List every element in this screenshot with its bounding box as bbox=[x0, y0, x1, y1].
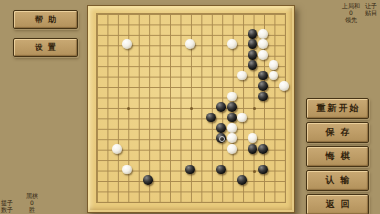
board-point[interactable] bbox=[206, 102, 216, 112]
board-point[interactable] bbox=[164, 123, 174, 133]
board-point[interactable] bbox=[268, 8, 278, 18]
board-point[interactable] bbox=[153, 70, 163, 80]
board-point[interactable] bbox=[133, 50, 143, 60]
board-point[interactable] bbox=[91, 70, 101, 80]
board-point[interactable] bbox=[226, 60, 236, 70]
board-point[interactable] bbox=[91, 133, 101, 143]
board-point[interactable] bbox=[133, 123, 143, 133]
board-point[interactable] bbox=[195, 50, 205, 60]
board-point[interactable] bbox=[268, 39, 278, 49]
board-point[interactable] bbox=[247, 123, 257, 133]
save-button[interactable]: 保存 bbox=[306, 122, 369, 143]
board-point[interactable] bbox=[195, 123, 205, 133]
board-point[interactable] bbox=[206, 164, 216, 174]
board-point[interactable] bbox=[247, 175, 257, 185]
board-point[interactable] bbox=[237, 39, 247, 49]
board-point[interactable] bbox=[216, 112, 226, 122]
board-point[interactable] bbox=[133, 175, 143, 185]
settings-button[interactable]: 设置 bbox=[13, 38, 78, 57]
board-point[interactable] bbox=[279, 133, 289, 143]
board-point[interactable] bbox=[195, 133, 205, 143]
board-point[interactable] bbox=[279, 70, 289, 80]
board-point[interactable] bbox=[122, 123, 132, 133]
board-point[interactable] bbox=[143, 70, 153, 80]
board-point[interactable] bbox=[268, 70, 278, 80]
board-point[interactable] bbox=[268, 91, 278, 101]
board-point[interactable] bbox=[91, 102, 101, 112]
board-point[interactable] bbox=[185, 29, 195, 39]
board-point[interactable] bbox=[112, 175, 122, 185]
board-point[interactable] bbox=[216, 143, 226, 153]
board-point[interactable] bbox=[226, 81, 236, 91]
board-point[interactable] bbox=[268, 164, 278, 174]
board-point[interactable] bbox=[101, 175, 111, 185]
board-point[interactable] bbox=[153, 133, 163, 143]
board-point[interactable] bbox=[164, 196, 174, 206]
board-point[interactable] bbox=[206, 39, 216, 49]
board-point[interactable] bbox=[133, 133, 143, 143]
board-point[interactable] bbox=[185, 185, 195, 195]
board-point[interactable] bbox=[101, 81, 111, 91]
board-point[interactable] bbox=[268, 60, 278, 70]
board-point[interactable] bbox=[101, 185, 111, 195]
board-point[interactable] bbox=[122, 112, 132, 122]
board-point[interactable] bbox=[279, 164, 289, 174]
board-point[interactable] bbox=[216, 60, 226, 70]
board-point[interactable] bbox=[122, 196, 132, 206]
board-point[interactable] bbox=[237, 164, 247, 174]
board-point[interactable] bbox=[226, 185, 236, 195]
board-point[interactable] bbox=[258, 175, 268, 185]
board-point[interactable] bbox=[216, 91, 226, 101]
board-point[interactable] bbox=[143, 164, 153, 174]
board-point[interactable] bbox=[133, 143, 143, 153]
board-point[interactable] bbox=[237, 29, 247, 39]
board-point[interactable] bbox=[122, 164, 132, 174]
board-point[interactable] bbox=[279, 102, 289, 112]
board-point[interactable] bbox=[247, 18, 257, 28]
board-point[interactable] bbox=[258, 154, 268, 164]
board-point[interactable] bbox=[112, 39, 122, 49]
board-point[interactable] bbox=[91, 143, 101, 153]
board-point[interactable] bbox=[268, 50, 278, 60]
board-point[interactable] bbox=[195, 154, 205, 164]
board-point[interactable] bbox=[195, 39, 205, 49]
board-point[interactable] bbox=[216, 196, 226, 206]
board-point[interactable] bbox=[133, 164, 143, 174]
board-point[interactable] bbox=[91, 123, 101, 133]
board-point[interactable] bbox=[174, 112, 184, 122]
board-point[interactable] bbox=[133, 29, 143, 39]
board-point[interactable] bbox=[112, 154, 122, 164]
board-point[interactable] bbox=[112, 143, 122, 153]
board-point[interactable] bbox=[174, 8, 184, 18]
board-point[interactable] bbox=[91, 39, 101, 49]
board-point[interactable] bbox=[247, 91, 257, 101]
board-point[interactable] bbox=[174, 29, 184, 39]
board-point[interactable] bbox=[122, 154, 132, 164]
board-point[interactable] bbox=[122, 175, 132, 185]
board-point[interactable] bbox=[122, 29, 132, 39]
board-point[interactable] bbox=[164, 154, 174, 164]
board-point[interactable] bbox=[237, 175, 247, 185]
board-point[interactable] bbox=[185, 50, 195, 60]
board-point[interactable] bbox=[164, 102, 174, 112]
board-point[interactable] bbox=[216, 154, 226, 164]
board-point[interactable] bbox=[247, 50, 257, 60]
board-point[interactable] bbox=[195, 18, 205, 28]
board-point[interactable] bbox=[206, 70, 216, 80]
board-point[interactable] bbox=[237, 81, 247, 91]
board-point[interactable] bbox=[91, 175, 101, 185]
board-point[interactable] bbox=[143, 60, 153, 70]
board-point[interactable] bbox=[112, 8, 122, 18]
board-point[interactable] bbox=[143, 8, 153, 18]
board-point[interactable] bbox=[143, 112, 153, 122]
board-point[interactable] bbox=[268, 81, 278, 91]
board-point[interactable] bbox=[216, 50, 226, 60]
board-point[interactable] bbox=[143, 50, 153, 60]
board-point[interactable] bbox=[258, 196, 268, 206]
board-point[interactable] bbox=[153, 8, 163, 18]
board-point[interactable] bbox=[226, 39, 236, 49]
board-point[interactable] bbox=[268, 196, 278, 206]
board-point[interactable] bbox=[153, 154, 163, 164]
board-point[interactable] bbox=[185, 39, 195, 49]
board-point[interactable] bbox=[112, 18, 122, 28]
board-point[interactable] bbox=[216, 133, 226, 143]
board-point[interactable] bbox=[279, 185, 289, 195]
board-point[interactable] bbox=[174, 164, 184, 174]
board-point[interactable] bbox=[237, 8, 247, 18]
board-point[interactable] bbox=[91, 185, 101, 195]
board-point[interactable] bbox=[206, 8, 216, 18]
board-point[interactable] bbox=[258, 50, 268, 60]
board-point[interactable] bbox=[258, 81, 268, 91]
board-point[interactable] bbox=[237, 91, 247, 101]
board-point[interactable] bbox=[101, 143, 111, 153]
board-point[interactable] bbox=[164, 50, 174, 60]
board-point[interactable] bbox=[164, 91, 174, 101]
board-point[interactable] bbox=[174, 123, 184, 133]
board-point[interactable] bbox=[279, 50, 289, 60]
board-point[interactable] bbox=[268, 18, 278, 28]
board-point[interactable] bbox=[112, 123, 122, 133]
board-point[interactable] bbox=[206, 133, 216, 143]
board-point[interactable] bbox=[258, 91, 268, 101]
board-point[interactable] bbox=[153, 91, 163, 101]
board-point[interactable] bbox=[185, 164, 195, 174]
board-point[interactable] bbox=[153, 60, 163, 70]
board-point[interactable] bbox=[279, 60, 289, 70]
board-point[interactable] bbox=[101, 164, 111, 174]
board-point[interactable] bbox=[258, 18, 268, 28]
board-point[interactable] bbox=[226, 164, 236, 174]
board-point[interactable] bbox=[112, 91, 122, 101]
board-point[interactable] bbox=[247, 112, 257, 122]
board-point[interactable] bbox=[185, 91, 195, 101]
board-point[interactable] bbox=[237, 18, 247, 28]
board-point[interactable] bbox=[247, 196, 257, 206]
board-point[interactable] bbox=[133, 18, 143, 28]
board-point[interactable] bbox=[174, 175, 184, 185]
board-point[interactable] bbox=[258, 143, 268, 153]
board-point[interactable] bbox=[164, 112, 174, 122]
resign-button[interactable]: 认输 bbox=[306, 170, 369, 191]
board-point[interactable] bbox=[153, 196, 163, 206]
board-point[interactable] bbox=[216, 39, 226, 49]
board-point[interactable] bbox=[206, 50, 216, 60]
board-point[interactable] bbox=[226, 112, 236, 122]
board-point[interactable] bbox=[164, 143, 174, 153]
board-point[interactable] bbox=[143, 143, 153, 153]
board-point[interactable] bbox=[185, 70, 195, 80]
board-point[interactable] bbox=[237, 133, 247, 143]
board-point[interactable] bbox=[258, 133, 268, 143]
board-point[interactable] bbox=[268, 29, 278, 39]
board-point[interactable] bbox=[279, 18, 289, 28]
undo-button[interactable]: 悔棋 bbox=[306, 146, 369, 167]
board-point[interactable] bbox=[237, 70, 247, 80]
board-point[interactable] bbox=[195, 60, 205, 70]
board-point[interactable] bbox=[143, 175, 153, 185]
board-point[interactable] bbox=[112, 185, 122, 195]
board-point[interactable] bbox=[258, 29, 268, 39]
go-board[interactable] bbox=[87, 5, 295, 213]
board-point[interactable] bbox=[122, 8, 132, 18]
board-point[interactable] bbox=[164, 29, 174, 39]
board-point[interactable] bbox=[237, 50, 247, 60]
board-point[interactable] bbox=[206, 185, 216, 195]
board-point[interactable] bbox=[112, 29, 122, 39]
board-point[interactable] bbox=[91, 112, 101, 122]
board-point[interactable] bbox=[91, 8, 101, 18]
board-point[interactable] bbox=[91, 154, 101, 164]
board-point[interactable] bbox=[101, 8, 111, 18]
board-point[interactable] bbox=[133, 196, 143, 206]
board-point[interactable] bbox=[216, 175, 226, 185]
board-point[interactable] bbox=[206, 60, 216, 70]
board-point[interactable] bbox=[133, 91, 143, 101]
board-point[interactable] bbox=[164, 18, 174, 28]
board-point[interactable] bbox=[216, 18, 226, 28]
board-point[interactable] bbox=[226, 196, 236, 206]
board-point[interactable] bbox=[195, 70, 205, 80]
board-point[interactable] bbox=[133, 185, 143, 195]
board-point[interactable] bbox=[153, 112, 163, 122]
board-point[interactable] bbox=[185, 18, 195, 28]
board-point[interactable] bbox=[133, 81, 143, 91]
board-point[interactable] bbox=[237, 143, 247, 153]
board-point[interactable] bbox=[133, 70, 143, 80]
board-point[interactable] bbox=[174, 70, 184, 80]
board-point[interactable] bbox=[247, 8, 257, 18]
board-point[interactable] bbox=[91, 29, 101, 39]
board-point[interactable] bbox=[153, 29, 163, 39]
board-point[interactable] bbox=[185, 81, 195, 91]
board-point[interactable] bbox=[122, 50, 132, 60]
back-button[interactable]: 返回 bbox=[306, 194, 369, 214]
help-button[interactable]: 帮助 bbox=[13, 10, 78, 29]
board-point[interactable] bbox=[195, 164, 205, 174]
board-point[interactable] bbox=[258, 60, 268, 70]
board-point[interactable] bbox=[279, 123, 289, 133]
board-point[interactable] bbox=[237, 123, 247, 133]
board-point[interactable] bbox=[174, 154, 184, 164]
board-point[interactable] bbox=[216, 164, 226, 174]
board-point[interactable] bbox=[226, 29, 236, 39]
board-point[interactable] bbox=[133, 154, 143, 164]
board-point[interactable] bbox=[143, 123, 153, 133]
board-point[interactable] bbox=[216, 29, 226, 39]
board-point[interactable] bbox=[101, 91, 111, 101]
board-point[interactable] bbox=[258, 112, 268, 122]
board-point[interactable] bbox=[279, 143, 289, 153]
board-point[interactable] bbox=[112, 81, 122, 91]
board-point[interactable] bbox=[185, 133, 195, 143]
board-point[interactable] bbox=[133, 112, 143, 122]
board-point[interactable] bbox=[206, 196, 216, 206]
board-point[interactable] bbox=[237, 196, 247, 206]
board-point[interactable] bbox=[206, 18, 216, 28]
board-point[interactable] bbox=[206, 123, 216, 133]
board-point[interactable] bbox=[195, 29, 205, 39]
board-point[interactable] bbox=[268, 175, 278, 185]
board-point[interactable] bbox=[101, 133, 111, 143]
board-point[interactable] bbox=[185, 123, 195, 133]
board-point[interactable] bbox=[247, 70, 257, 80]
board-point[interactable] bbox=[91, 196, 101, 206]
board-point[interactable] bbox=[174, 196, 184, 206]
board-point[interactable] bbox=[143, 81, 153, 91]
board-point[interactable] bbox=[185, 112, 195, 122]
board-point[interactable] bbox=[122, 70, 132, 80]
board-point[interactable] bbox=[185, 154, 195, 164]
board-point[interactable] bbox=[216, 70, 226, 80]
board-point[interactable] bbox=[237, 60, 247, 70]
board-point[interactable] bbox=[279, 112, 289, 122]
board-point[interactable] bbox=[112, 112, 122, 122]
board-point[interactable] bbox=[237, 112, 247, 122]
board-point[interactable] bbox=[226, 18, 236, 28]
board-point[interactable] bbox=[164, 175, 174, 185]
board-point[interactable] bbox=[101, 70, 111, 80]
board-point[interactable] bbox=[122, 102, 132, 112]
board-point[interactable] bbox=[143, 91, 153, 101]
board-point[interactable] bbox=[195, 8, 205, 18]
board-point[interactable] bbox=[174, 133, 184, 143]
board-point[interactable] bbox=[195, 102, 205, 112]
board-point[interactable] bbox=[112, 164, 122, 174]
board-point[interactable] bbox=[226, 50, 236, 60]
board-point[interactable] bbox=[101, 39, 111, 49]
board-point[interactable] bbox=[101, 60, 111, 70]
board-point[interactable] bbox=[237, 102, 247, 112]
board-point[interactable] bbox=[153, 185, 163, 195]
board-point[interactable] bbox=[174, 185, 184, 195]
board-point[interactable] bbox=[143, 154, 153, 164]
board-point[interactable] bbox=[122, 133, 132, 143]
board-point[interactable] bbox=[143, 39, 153, 49]
board-point[interactable] bbox=[101, 154, 111, 164]
board-point[interactable] bbox=[206, 81, 216, 91]
board-point[interactable] bbox=[195, 185, 205, 195]
board-point[interactable] bbox=[143, 102, 153, 112]
board-point[interactable] bbox=[185, 143, 195, 153]
board-point[interactable] bbox=[185, 175, 195, 185]
board-point[interactable] bbox=[143, 18, 153, 28]
board-point[interactable] bbox=[112, 196, 122, 206]
board-point[interactable] bbox=[185, 8, 195, 18]
board-point[interactable] bbox=[174, 143, 184, 153]
board-point[interactable] bbox=[164, 60, 174, 70]
board-point[interactable] bbox=[216, 81, 226, 91]
board-point[interactable] bbox=[112, 70, 122, 80]
board-point[interactable] bbox=[153, 39, 163, 49]
board-point[interactable] bbox=[174, 50, 184, 60]
board-point[interactable] bbox=[279, 91, 289, 101]
board-point[interactable] bbox=[247, 29, 257, 39]
board-point[interactable] bbox=[164, 81, 174, 91]
board-point[interactable] bbox=[153, 143, 163, 153]
board-point[interactable] bbox=[258, 70, 268, 80]
board-point[interactable] bbox=[226, 123, 236, 133]
board-point[interactable] bbox=[174, 102, 184, 112]
board-point[interactable] bbox=[226, 143, 236, 153]
board-point[interactable] bbox=[268, 133, 278, 143]
board-point[interactable] bbox=[258, 123, 268, 133]
board-point[interactable] bbox=[216, 185, 226, 195]
board-point[interactable] bbox=[133, 39, 143, 49]
board-point[interactable] bbox=[174, 81, 184, 91]
board-point[interactable] bbox=[112, 50, 122, 60]
board-point[interactable] bbox=[279, 29, 289, 39]
board-point[interactable] bbox=[122, 143, 132, 153]
board-point[interactable] bbox=[185, 60, 195, 70]
board-point[interactable] bbox=[164, 164, 174, 174]
board-point[interactable] bbox=[195, 112, 205, 122]
board-point[interactable] bbox=[143, 133, 153, 143]
board-point[interactable] bbox=[185, 196, 195, 206]
board-point[interactable] bbox=[174, 91, 184, 101]
board-point[interactable] bbox=[268, 123, 278, 133]
board-point[interactable] bbox=[122, 39, 132, 49]
board-point[interactable] bbox=[279, 8, 289, 18]
board-point[interactable] bbox=[153, 164, 163, 174]
board-point[interactable] bbox=[247, 39, 257, 49]
board-point[interactable] bbox=[122, 60, 132, 70]
board-point[interactable] bbox=[279, 81, 289, 91]
board-point[interactable] bbox=[268, 102, 278, 112]
board-point[interactable] bbox=[185, 102, 195, 112]
board-point[interactable] bbox=[226, 70, 236, 80]
board-point[interactable] bbox=[247, 81, 257, 91]
board-point[interactable] bbox=[216, 102, 226, 112]
board-point[interactable] bbox=[122, 18, 132, 28]
board-point[interactable] bbox=[91, 164, 101, 174]
board-point[interactable] bbox=[226, 8, 236, 18]
board-point[interactable] bbox=[258, 39, 268, 49]
board-point[interactable] bbox=[91, 18, 101, 28]
board-point[interactable] bbox=[247, 102, 257, 112]
board-point[interactable] bbox=[133, 8, 143, 18]
board-point[interactable] bbox=[101, 29, 111, 39]
board-point[interactable] bbox=[279, 196, 289, 206]
board-point[interactable] bbox=[91, 81, 101, 91]
board-point[interactable] bbox=[195, 81, 205, 91]
board-point[interactable] bbox=[112, 60, 122, 70]
board-point[interactable] bbox=[112, 133, 122, 143]
